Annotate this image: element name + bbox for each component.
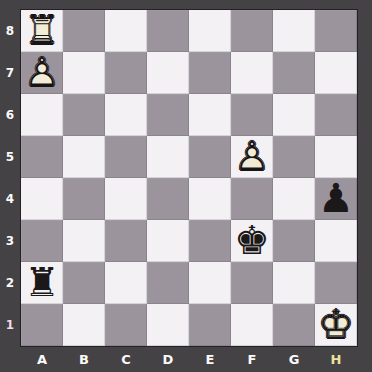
square-e1[interactable]: [189, 304, 231, 346]
square-e8[interactable]: [189, 10, 231, 52]
square-d4[interactable]: [147, 178, 189, 220]
square-g3[interactable]: [273, 220, 315, 262]
square-b2[interactable]: [63, 262, 105, 304]
square-c2[interactable]: [105, 262, 147, 304]
white-pawn-piece[interactable]: ♟♙: [234, 136, 270, 176]
square-e4[interactable]: [189, 178, 231, 220]
square-b6[interactable]: [63, 94, 105, 136]
square-f8[interactable]: [231, 10, 273, 52]
file-label-D: D: [147, 347, 189, 372]
square-g8[interactable]: [273, 10, 315, 52]
square-a1[interactable]: [21, 304, 63, 346]
square-g4[interactable]: [273, 178, 315, 220]
rank-label-8: 8: [0, 10, 20, 52]
square-h4[interactable]: ♟: [315, 178, 357, 220]
rank-label-4: 4: [0, 178, 20, 220]
square-f1[interactable]: [231, 304, 273, 346]
square-a7[interactable]: ♟♙: [21, 52, 63, 94]
square-f3[interactable]: ♚: [231, 220, 273, 262]
square-e2[interactable]: [189, 262, 231, 304]
square-h3[interactable]: [315, 220, 357, 262]
file-label-C: C: [105, 347, 147, 372]
square-a8[interactable]: ♜♖: [21, 10, 63, 52]
square-b8[interactable]: [63, 10, 105, 52]
square-a2[interactable]: ♜: [21, 262, 63, 304]
square-h7[interactable]: [315, 52, 357, 94]
file-label-F: F: [231, 347, 273, 372]
square-c4[interactable]: [105, 178, 147, 220]
square-g1[interactable]: [273, 304, 315, 346]
file-label-G: G: [273, 347, 315, 372]
square-d1[interactable]: [147, 304, 189, 346]
file-labels: ABCDEFGH: [21, 347, 357, 372]
square-f5[interactable]: ♟♙: [231, 136, 273, 178]
rank-labels: 87654321: [0, 10, 20, 346]
square-g6[interactable]: [273, 94, 315, 136]
rank-label-7: 7: [0, 52, 20, 94]
black-king-piece[interactable]: ♚: [234, 220, 270, 260]
square-h2[interactable]: [315, 262, 357, 304]
rank-label-3: 3: [0, 220, 20, 262]
square-h5[interactable]: [315, 136, 357, 178]
rank-label-2: 2: [0, 262, 20, 304]
white-rook-piece[interactable]: ♜♖: [24, 10, 60, 50]
square-b1[interactable]: [63, 304, 105, 346]
square-g7[interactable]: [273, 52, 315, 94]
square-g2[interactable]: [273, 262, 315, 304]
black-pawn-piece[interactable]: ♟: [318, 178, 354, 218]
square-d6[interactable]: [147, 94, 189, 136]
square-e6[interactable]: [189, 94, 231, 136]
square-f4[interactable]: [231, 178, 273, 220]
square-d8[interactable]: [147, 10, 189, 52]
file-label-A: A: [21, 347, 63, 372]
square-e5[interactable]: [189, 136, 231, 178]
file-label-H: H: [315, 347, 357, 372]
square-f2[interactable]: [231, 262, 273, 304]
rank-label-1: 1: [0, 304, 20, 346]
chess-board: ♜♖♟♙♟♙♟♚♜♚♔: [20, 9, 358, 347]
square-h6[interactable]: [315, 94, 357, 136]
chess-app-window: 87654321 ♜♖♟♙♟♙♟♚♜♚♔ ABCDEFGH: [0, 0, 372, 372]
square-b3[interactable]: [63, 220, 105, 262]
square-h1[interactable]: ♚♔: [315, 304, 357, 346]
square-d5[interactable]: [147, 136, 189, 178]
square-d7[interactable]: [147, 52, 189, 94]
file-label-B: B: [63, 347, 105, 372]
square-b4[interactable]: [63, 178, 105, 220]
square-h8[interactable]: [315, 10, 357, 52]
square-a3[interactable]: [21, 220, 63, 262]
square-a6[interactable]: [21, 94, 63, 136]
rank-label-5: 5: [0, 136, 20, 178]
square-g5[interactable]: [273, 136, 315, 178]
square-c6[interactable]: [105, 94, 147, 136]
black-rook-piece[interactable]: ♜: [24, 262, 60, 302]
square-f6[interactable]: [231, 94, 273, 136]
square-b7[interactable]: [63, 52, 105, 94]
square-e7[interactable]: [189, 52, 231, 94]
square-f7[interactable]: [231, 52, 273, 94]
square-d2[interactable]: [147, 262, 189, 304]
white-king-piece[interactable]: ♚♔: [318, 304, 354, 344]
square-d3[interactable]: [147, 220, 189, 262]
square-c1[interactable]: [105, 304, 147, 346]
square-c8[interactable]: [105, 10, 147, 52]
square-c5[interactable]: [105, 136, 147, 178]
rank-label-6: 6: [0, 94, 20, 136]
square-c3[interactable]: [105, 220, 147, 262]
square-e3[interactable]: [189, 220, 231, 262]
square-a4[interactable]: [21, 178, 63, 220]
square-c7[interactable]: [105, 52, 147, 94]
square-b5[interactable]: [63, 136, 105, 178]
file-label-E: E: [189, 347, 231, 372]
white-pawn-piece[interactable]: ♟♙: [24, 52, 60, 92]
square-a5[interactable]: [21, 136, 63, 178]
